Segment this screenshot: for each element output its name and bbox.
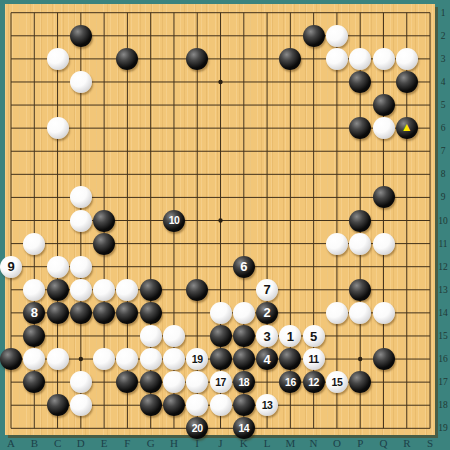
black-stone-B15 <box>23 325 45 347</box>
move-number: 12 <box>308 377 319 388</box>
white-stone-K14 <box>233 302 255 324</box>
move-number: 19 <box>192 354 203 365</box>
file-label-F: F <box>119 437 135 449</box>
rank-label-19: 19 <box>436 423 450 433</box>
move-number: 20 <box>192 423 203 434</box>
white-stone-D12 <box>70 256 92 278</box>
file-label-R: R <box>399 437 415 449</box>
white-stone-I18 <box>186 394 208 416</box>
white-stone-P3 <box>349 48 371 70</box>
move-number: 16 <box>285 377 296 388</box>
black-stone-K15 <box>233 325 255 347</box>
black-stone-P6 <box>349 117 371 139</box>
file-label-S: S <box>422 437 438 449</box>
white-stone-M15: 1 <box>279 325 301 347</box>
black-stone-J16 <box>210 348 232 370</box>
black-stone-R6: ▲ <box>396 117 418 139</box>
black-stone-P10 <box>349 210 371 232</box>
black-stone-Q16 <box>373 348 395 370</box>
white-stone-F16 <box>116 348 138 370</box>
white-stone-F13 <box>116 279 138 301</box>
file-label-C: C <box>50 437 66 449</box>
black-stone-C18 <box>47 394 69 416</box>
black-stone-G13 <box>140 279 162 301</box>
file-label-B: B <box>26 437 42 449</box>
move-number: 6 <box>240 260 247 273</box>
file-label-G: G <box>143 437 159 449</box>
white-stone-Q14 <box>373 302 395 324</box>
black-stone-K19: 14 <box>233 417 255 439</box>
rank-label-6: 6 <box>436 123 450 133</box>
black-stone-M16 <box>279 348 301 370</box>
file-label-D: D <box>73 437 89 449</box>
file-label-O: O <box>329 437 345 449</box>
move-number: 8 <box>31 306 38 319</box>
move-number: 5 <box>310 330 317 343</box>
white-stone-Q3 <box>373 48 395 70</box>
white-stone-J14 <box>210 302 232 324</box>
black-stone-I19: 20 <box>186 417 208 439</box>
move-number: 2 <box>263 306 270 319</box>
white-stone-I17 <box>186 371 208 393</box>
black-stone-B17 <box>23 371 45 393</box>
file-label-J: J <box>213 437 229 449</box>
black-stone-F3 <box>116 48 138 70</box>
black-stone-G18 <box>140 394 162 416</box>
file-label-Q: Q <box>376 437 392 449</box>
rank-label-3: 3 <box>436 54 450 64</box>
rank-label-18: 18 <box>436 400 450 410</box>
move-number: 17 <box>215 377 226 388</box>
rank-label-14: 14 <box>436 308 450 318</box>
file-label-E: E <box>96 437 112 449</box>
black-stone-E10 <box>93 210 115 232</box>
black-stone-M3 <box>279 48 301 70</box>
black-stone-K16 <box>233 348 255 370</box>
white-stone-C12 <box>47 256 69 278</box>
white-stone-P14 <box>349 302 371 324</box>
white-stone-D13 <box>70 279 92 301</box>
rank-label-12: 12 <box>436 262 450 272</box>
black-stone-D14 <box>70 302 92 324</box>
white-stone-O11 <box>326 233 348 255</box>
black-stone-F14 <box>116 302 138 324</box>
white-stone-O3 <box>326 48 348 70</box>
triangle-marker-icon: ▲ <box>401 121 413 133</box>
black-stone-I3 <box>186 48 208 70</box>
move-number: 11 <box>309 354 319 365</box>
black-stone-L16: 4 <box>256 348 278 370</box>
move-number: 15 <box>332 377 343 388</box>
black-stone-D2 <box>70 25 92 47</box>
white-stone-D18 <box>70 394 92 416</box>
rank-label-15: 15 <box>436 331 450 341</box>
black-stone-K12: 6 <box>233 256 255 278</box>
white-stone-B13 <box>23 279 45 301</box>
file-label-I: I <box>189 437 205 449</box>
file-label-A: A <box>3 437 19 449</box>
black-stone-I13 <box>186 279 208 301</box>
move-number: 13 <box>262 400 273 411</box>
white-stone-H16 <box>163 348 185 370</box>
move-number: 10 <box>169 215 180 226</box>
white-stone-L18: 13 <box>256 394 278 416</box>
black-stone-C14 <box>47 302 69 324</box>
black-stone-Q9 <box>373 186 395 208</box>
rank-label-1: 1 <box>436 8 450 18</box>
white-stone-C16 <box>47 348 69 370</box>
black-stone-H18 <box>163 394 185 416</box>
black-stone-H10: 10 <box>163 210 185 232</box>
white-stone-L13: 7 <box>256 279 278 301</box>
move-number: 4 <box>263 353 270 366</box>
black-stone-P17 <box>349 371 371 393</box>
white-stone-D17 <box>70 371 92 393</box>
white-stone-O2 <box>326 25 348 47</box>
white-stone-A12: 9 <box>0 256 22 278</box>
white-stone-Q11 <box>373 233 395 255</box>
rank-label-17: 17 <box>436 377 450 387</box>
white-stone-E13 <box>93 279 115 301</box>
black-stone-E11 <box>93 233 115 255</box>
move-number: 3 <box>263 330 270 343</box>
white-stone-J18 <box>210 394 232 416</box>
white-stone-R3 <box>396 48 418 70</box>
black-stone-L14: 2 <box>256 302 278 324</box>
move-number: 7 <box>263 283 270 296</box>
black-stone-G14 <box>140 302 162 324</box>
white-stone-B11 <box>23 233 45 255</box>
move-number: 14 <box>238 423 249 434</box>
rank-label-5: 5 <box>436 100 450 110</box>
black-stone-F17 <box>116 371 138 393</box>
file-label-L: L <box>259 437 275 449</box>
move-number: 18 <box>238 377 249 388</box>
black-stone-K17: 18 <box>233 371 255 393</box>
white-stone-E16 <box>93 348 115 370</box>
white-stone-Q6 <box>373 117 395 139</box>
black-stone-E14 <box>93 302 115 324</box>
black-stone-R4 <box>396 71 418 93</box>
file-label-H: H <box>166 437 182 449</box>
black-stone-G17 <box>140 371 162 393</box>
go-board-viewer: ▲1096782315194111718161215132014 ABCDEFG… <box>0 0 450 450</box>
black-stone-N17: 12 <box>303 371 325 393</box>
black-stone-A16 <box>0 348 22 370</box>
white-stone-G16 <box>140 348 162 370</box>
rank-label-8: 8 <box>436 169 450 179</box>
black-stone-P13 <box>349 279 371 301</box>
stones-layer: ▲1096782315194111718161215132014 <box>0 0 450 450</box>
white-stone-O14 <box>326 302 348 324</box>
rank-label-4: 4 <box>436 77 450 87</box>
rank-label-13: 13 <box>436 285 450 295</box>
file-label-M: M <box>282 437 298 449</box>
rank-label-16: 16 <box>436 354 450 364</box>
white-stone-B16 <box>23 348 45 370</box>
black-stone-P4 <box>349 71 371 93</box>
white-stone-P11 <box>349 233 371 255</box>
white-stone-O17: 15 <box>326 371 348 393</box>
black-stone-B14: 8 <box>23 302 45 324</box>
black-stone-N2 <box>303 25 325 47</box>
white-stone-C6 <box>47 117 69 139</box>
white-stone-J17: 17 <box>210 371 232 393</box>
rank-label-9: 9 <box>436 192 450 202</box>
white-stone-I16: 19 <box>186 348 208 370</box>
white-stone-D9 <box>70 186 92 208</box>
white-stone-C3 <box>47 48 69 70</box>
file-label-K: K <box>236 437 252 449</box>
move-number: 9 <box>7 260 14 273</box>
file-label-P: P <box>352 437 368 449</box>
white-stone-L15: 3 <box>256 325 278 347</box>
black-stone-K18 <box>233 394 255 416</box>
white-stone-H15 <box>163 325 185 347</box>
rank-label-2: 2 <box>436 31 450 41</box>
white-stone-N16: 11 <box>303 348 325 370</box>
white-stone-N15: 5 <box>303 325 325 347</box>
white-stone-D10 <box>70 210 92 232</box>
white-stone-D4 <box>70 71 92 93</box>
file-label-N: N <box>306 437 322 449</box>
black-stone-C13 <box>47 279 69 301</box>
rank-label-11: 11 <box>436 239 450 249</box>
move-number: 1 <box>287 330 294 343</box>
white-stone-H17 <box>163 371 185 393</box>
rank-label-10: 10 <box>436 216 450 226</box>
rank-label-7: 7 <box>436 146 450 156</box>
white-stone-G15 <box>140 325 162 347</box>
black-stone-Q5 <box>373 94 395 116</box>
black-stone-M17: 16 <box>279 371 301 393</box>
black-stone-J15 <box>210 325 232 347</box>
